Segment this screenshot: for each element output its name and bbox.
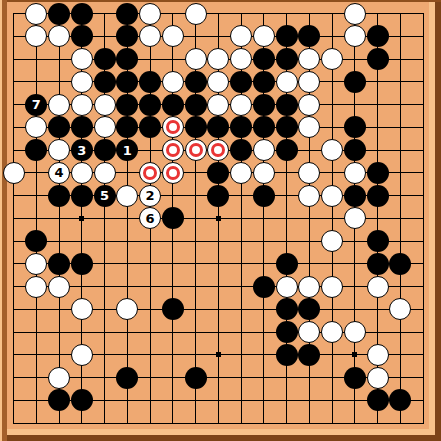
black-stone <box>25 230 47 252</box>
white-stone <box>48 139 70 161</box>
black-stone: 5 <box>94 185 116 207</box>
white-stone <box>344 321 366 343</box>
white-stone <box>71 344 93 366</box>
black-stone <box>253 116 275 138</box>
white-stone <box>207 48 229 70</box>
black-stone <box>185 94 207 116</box>
black-stone <box>344 139 366 161</box>
white-stone <box>298 94 320 116</box>
black-stone <box>48 389 70 411</box>
red-circle-mark <box>166 120 180 134</box>
black-stone <box>253 48 275 70</box>
black-stone <box>185 367 207 389</box>
black-stone <box>116 116 138 138</box>
black-stone <box>367 253 389 275</box>
black-stone <box>389 389 411 411</box>
grid-line-horizontal <box>13 241 424 242</box>
black-stone <box>139 71 161 93</box>
white-stone <box>321 276 343 298</box>
white-stone <box>48 25 70 47</box>
white-stone <box>276 276 298 298</box>
white-stone <box>253 162 275 184</box>
black-stone <box>276 298 298 320</box>
white-stone <box>298 116 320 138</box>
white-stone <box>389 298 411 320</box>
white-stone <box>162 162 184 184</box>
white-stone <box>230 94 252 116</box>
white-stone <box>3 162 25 184</box>
black-stone <box>207 162 229 184</box>
white-stone <box>207 71 229 93</box>
white-stone: 6 <box>139 207 161 229</box>
white-stone <box>298 276 320 298</box>
black-stone <box>48 253 70 275</box>
white-stone <box>298 162 320 184</box>
black-stone <box>276 253 298 275</box>
white-stone <box>321 48 343 70</box>
red-circle-mark <box>211 143 225 157</box>
star-point <box>216 352 221 357</box>
black-stone <box>71 3 93 25</box>
black-stone <box>298 298 320 320</box>
black-stone <box>116 3 138 25</box>
black-stone <box>298 344 320 366</box>
black-stone <box>276 25 298 47</box>
black-stone <box>48 3 70 25</box>
white-stone <box>139 162 161 184</box>
black-stone <box>367 230 389 252</box>
white-stone <box>139 25 161 47</box>
grid-line-vertical <box>400 13 401 424</box>
white-stone <box>25 276 47 298</box>
white-stone <box>230 48 252 70</box>
black-stone <box>276 94 298 116</box>
black-stone <box>367 48 389 70</box>
go-diagram: 7314526 <box>0 0 441 441</box>
white-stone <box>48 94 70 116</box>
black-stone <box>116 71 138 93</box>
black-stone <box>344 71 366 93</box>
white-stone <box>276 71 298 93</box>
black-stone <box>276 321 298 343</box>
black-stone <box>253 71 275 93</box>
white-stone <box>344 162 366 184</box>
black-stone <box>71 253 93 275</box>
white-stone <box>25 25 47 47</box>
black-stone <box>207 116 229 138</box>
black-stone <box>48 116 70 138</box>
black-stone <box>71 185 93 207</box>
white-stone <box>162 71 184 93</box>
red-circle-mark <box>166 166 180 180</box>
move-number: 6 <box>145 212 154 225</box>
black-stone <box>185 71 207 93</box>
black-stone <box>48 185 70 207</box>
black-stone <box>71 116 93 138</box>
grid-line-horizontal <box>13 286 424 287</box>
white-stone <box>25 253 47 275</box>
white-stone <box>344 3 366 25</box>
black-stone <box>276 139 298 161</box>
white-stone <box>185 3 207 25</box>
go-board: 7314526 <box>0 0 441 441</box>
black-stone <box>139 94 161 116</box>
white-stone <box>367 367 389 389</box>
white-stone <box>71 48 93 70</box>
black-stone <box>116 94 138 116</box>
black-stone <box>162 298 184 320</box>
move-number: 5 <box>100 189 109 202</box>
black-stone <box>185 116 207 138</box>
black-stone <box>25 139 47 161</box>
black-stone <box>344 367 366 389</box>
black-stone: 3 <box>71 139 93 161</box>
white-stone <box>25 3 47 25</box>
white-stone <box>25 116 47 138</box>
white-stone <box>321 185 343 207</box>
white-stone <box>207 139 229 161</box>
black-stone <box>367 185 389 207</box>
move-number: 1 <box>123 144 132 157</box>
white-stone <box>162 139 184 161</box>
white-stone <box>298 71 320 93</box>
white-stone <box>321 139 343 161</box>
white-stone <box>185 48 207 70</box>
move-number: 2 <box>145 189 154 202</box>
black-stone <box>207 185 229 207</box>
black-stone <box>276 48 298 70</box>
black-stone <box>230 116 252 138</box>
black-stone <box>94 71 116 93</box>
white-stone <box>367 276 389 298</box>
white-stone <box>162 116 184 138</box>
white-stone <box>253 25 275 47</box>
white-stone <box>298 185 320 207</box>
black-stone <box>162 94 184 116</box>
black-stone <box>367 162 389 184</box>
black-stone <box>253 94 275 116</box>
black-stone <box>116 367 138 389</box>
black-stone: 1 <box>116 139 138 161</box>
black-stone <box>253 185 275 207</box>
black-stone <box>276 344 298 366</box>
white-stone <box>139 3 161 25</box>
white-stone <box>298 321 320 343</box>
black-stone <box>71 25 93 47</box>
black-stone <box>389 253 411 275</box>
white-stone <box>185 139 207 161</box>
black-stone <box>298 25 320 47</box>
black-stone <box>94 139 116 161</box>
black-stone <box>116 48 138 70</box>
white-stone <box>71 162 93 184</box>
star-point <box>216 216 221 221</box>
black-stone <box>230 139 252 161</box>
white-stone <box>344 25 366 47</box>
black-stone <box>71 389 93 411</box>
grid-line-vertical <box>332 13 333 424</box>
move-number: 7 <box>32 98 41 111</box>
black-stone <box>276 116 298 138</box>
white-stone <box>321 321 343 343</box>
white-stone: 2 <box>139 185 161 207</box>
white-stone <box>298 48 320 70</box>
black-stone <box>344 116 366 138</box>
white-stone: 4 <box>48 162 70 184</box>
black-stone <box>253 276 275 298</box>
white-stone <box>344 207 366 229</box>
black-stone <box>139 116 161 138</box>
grid-line-vertical <box>423 13 424 424</box>
white-stone <box>253 139 275 161</box>
black-stone <box>162 207 184 229</box>
black-stone <box>367 389 389 411</box>
black-stone <box>230 71 252 93</box>
red-circle-mark <box>166 143 180 157</box>
red-circle-mark <box>143 166 157 180</box>
white-stone <box>71 94 93 116</box>
white-stone <box>162 25 184 47</box>
white-stone <box>48 367 70 389</box>
white-stone <box>230 162 252 184</box>
white-stone <box>94 162 116 184</box>
white-stone <box>94 116 116 138</box>
white-stone <box>71 71 93 93</box>
star-point <box>352 352 357 357</box>
black-stone <box>116 25 138 47</box>
red-circle-mark <box>189 143 203 157</box>
white-stone <box>94 94 116 116</box>
black-stone <box>344 185 366 207</box>
white-stone <box>230 25 252 47</box>
black-stone <box>94 48 116 70</box>
white-stone <box>116 298 138 320</box>
white-stone <box>116 185 138 207</box>
move-number: 4 <box>54 166 63 179</box>
black-stone: 7 <box>25 94 47 116</box>
move-number: 3 <box>77 144 86 157</box>
white-stone <box>48 276 70 298</box>
white-stone <box>321 230 343 252</box>
black-stone <box>367 25 389 47</box>
white-stone <box>207 94 229 116</box>
star-point <box>79 216 84 221</box>
grid-line-horizontal <box>13 423 424 424</box>
white-stone <box>71 298 93 320</box>
white-stone <box>367 344 389 366</box>
